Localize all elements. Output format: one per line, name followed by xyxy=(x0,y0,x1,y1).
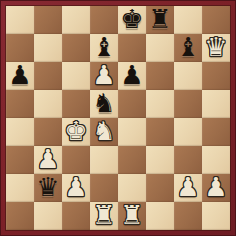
square-d6[interactable]: ♟ xyxy=(90,62,118,90)
piece-white-queen[interactable]: ♛ xyxy=(204,34,227,60)
square-h5[interactable] xyxy=(202,90,230,118)
square-d5[interactable]: ♞ xyxy=(90,90,118,118)
chess-board-frame: ♚♜♝♝♛♟♟♟♞♚♞♟♛♟♟♟♜♜ xyxy=(0,0,236,236)
piece-black-bishop[interactable]: ♝ xyxy=(176,34,199,60)
square-d4[interactable]: ♞ xyxy=(90,118,118,146)
square-b1[interactable] xyxy=(34,202,62,230)
square-f3[interactable] xyxy=(146,146,174,174)
square-h8[interactable] xyxy=(202,6,230,34)
square-b8[interactable] xyxy=(34,6,62,34)
square-a6[interactable]: ♟ xyxy=(6,62,34,90)
piece-white-pawn[interactable]: ♟ xyxy=(176,174,199,200)
square-c7[interactable] xyxy=(62,34,90,62)
piece-white-knight[interactable]: ♞ xyxy=(92,118,115,144)
square-d8[interactable] xyxy=(90,6,118,34)
square-d3[interactable] xyxy=(90,146,118,174)
square-f4[interactable] xyxy=(146,118,174,146)
square-g1[interactable] xyxy=(174,202,202,230)
square-e3[interactable] xyxy=(118,146,146,174)
square-e7[interactable] xyxy=(118,34,146,62)
piece-black-rook[interactable]: ♜ xyxy=(148,6,171,32)
square-b4[interactable] xyxy=(34,118,62,146)
square-h2[interactable]: ♟ xyxy=(202,174,230,202)
square-h1[interactable] xyxy=(202,202,230,230)
square-c5[interactable] xyxy=(62,90,90,118)
square-e6[interactable]: ♟ xyxy=(118,62,146,90)
square-a5[interactable] xyxy=(6,90,34,118)
square-g2[interactable]: ♟ xyxy=(174,174,202,202)
square-d2[interactable] xyxy=(90,174,118,202)
square-h6[interactable] xyxy=(202,62,230,90)
square-a3[interactable] xyxy=(6,146,34,174)
square-g3[interactable] xyxy=(174,146,202,174)
piece-white-pawn[interactable]: ♟ xyxy=(36,146,59,172)
square-f8[interactable]: ♜ xyxy=(146,6,174,34)
square-b3[interactable]: ♟ xyxy=(34,146,62,174)
square-g4[interactable] xyxy=(174,118,202,146)
piece-black-knight[interactable]: ♞ xyxy=(92,90,115,116)
square-h7[interactable]: ♛ xyxy=(202,34,230,62)
piece-black-pawn[interactable]: ♟ xyxy=(120,62,143,88)
square-g5[interactable] xyxy=(174,90,202,118)
square-b7[interactable] xyxy=(34,34,62,62)
square-h3[interactable] xyxy=(202,146,230,174)
piece-black-bishop[interactable]: ♝ xyxy=(92,34,115,60)
square-e5[interactable] xyxy=(118,90,146,118)
piece-white-pawn[interactable]: ♟ xyxy=(64,174,87,200)
square-a7[interactable] xyxy=(6,34,34,62)
square-d7[interactable]: ♝ xyxy=(90,34,118,62)
square-f5[interactable] xyxy=(146,90,174,118)
square-e2[interactable] xyxy=(118,174,146,202)
piece-black-king[interactable]: ♚ xyxy=(120,6,143,32)
square-e1[interactable]: ♜ xyxy=(118,202,146,230)
square-f7[interactable] xyxy=(146,34,174,62)
piece-white-pawn[interactable]: ♟ xyxy=(92,62,115,88)
square-c2[interactable]: ♟ xyxy=(62,174,90,202)
square-b6[interactable] xyxy=(34,62,62,90)
piece-black-queen[interactable]: ♛ xyxy=(36,174,59,200)
square-f6[interactable] xyxy=(146,62,174,90)
square-e4[interactable] xyxy=(118,118,146,146)
square-g7[interactable]: ♝ xyxy=(174,34,202,62)
square-c6[interactable] xyxy=(62,62,90,90)
square-d1[interactable]: ♜ xyxy=(90,202,118,230)
square-e8[interactable]: ♚ xyxy=(118,6,146,34)
square-c4[interactable]: ♚ xyxy=(62,118,90,146)
square-b2[interactable]: ♛ xyxy=(34,174,62,202)
square-a2[interactable] xyxy=(6,174,34,202)
square-c1[interactable] xyxy=(62,202,90,230)
piece-white-rook[interactable]: ♜ xyxy=(92,202,115,228)
square-a4[interactable] xyxy=(6,118,34,146)
square-f1[interactable] xyxy=(146,202,174,230)
square-f2[interactable] xyxy=(146,174,174,202)
piece-white-rook[interactable]: ♜ xyxy=(120,202,143,228)
square-c3[interactable] xyxy=(62,146,90,174)
square-b5[interactable] xyxy=(34,90,62,118)
square-a1[interactable] xyxy=(6,202,34,230)
piece-black-pawn[interactable]: ♟ xyxy=(8,62,31,88)
square-c8[interactable] xyxy=(62,6,90,34)
piece-white-pawn[interactable]: ♟ xyxy=(204,174,227,200)
square-h4[interactable] xyxy=(202,118,230,146)
square-g8[interactable] xyxy=(174,6,202,34)
square-g6[interactable] xyxy=(174,62,202,90)
piece-white-king[interactable]: ♚ xyxy=(64,118,87,144)
square-a8[interactable] xyxy=(6,6,34,34)
chess-board: ♚♜♝♝♛♟♟♟♞♚♞♟♛♟♟♟♜♜ xyxy=(6,6,230,230)
